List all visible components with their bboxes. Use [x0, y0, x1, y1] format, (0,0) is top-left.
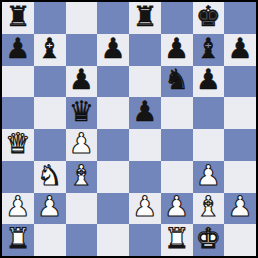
piece-white-bishop[interactable]: ♝	[69, 162, 94, 190]
square-a8[interactable]: ♜	[2, 2, 34, 34]
piece-black-bishop[interactable]: ♝	[37, 35, 62, 63]
square-g7[interactable]: ♝	[193, 34, 225, 66]
square-h8[interactable]	[224, 2, 256, 34]
square-g3[interactable]: ♟	[193, 161, 225, 193]
square-d7[interactable]: ♟	[97, 34, 129, 66]
square-h5[interactable]	[224, 97, 256, 129]
piece-white-king[interactable]: ♚	[196, 225, 221, 253]
piece-white-pawn[interactable]: ♟	[228, 193, 253, 221]
piece-black-pawn[interactable]: ♟	[101, 35, 126, 63]
square-e7[interactable]	[129, 34, 161, 66]
piece-white-pawn[interactable]: ♟	[132, 193, 157, 221]
piece-white-rook[interactable]: ♜	[164, 225, 189, 253]
square-f1[interactable]: ♜	[161, 224, 193, 256]
piece-black-pawn[interactable]: ♟	[132, 98, 157, 126]
piece-white-pawn[interactable]: ♟	[37, 193, 62, 221]
square-c3[interactable]: ♝	[66, 161, 98, 193]
piece-white-bishop[interactable]: ♝	[196, 193, 221, 221]
piece-black-king[interactable]: ♚	[196, 3, 221, 31]
square-e8[interactable]: ♜	[129, 2, 161, 34]
square-e3[interactable]	[129, 161, 161, 193]
piece-white-knight[interactable]: ♞	[37, 162, 62, 190]
piece-white-pawn[interactable]: ♟	[196, 162, 221, 190]
square-a3[interactable]	[2, 161, 34, 193]
piece-black-pawn[interactable]: ♟	[5, 35, 30, 63]
square-c1[interactable]	[66, 224, 98, 256]
square-b3[interactable]: ♞	[34, 161, 66, 193]
square-f7[interactable]: ♟	[161, 34, 193, 66]
piece-white-rook[interactable]: ♜	[5, 225, 30, 253]
piece-black-pawn[interactable]: ♟	[164, 35, 189, 63]
square-c8[interactable]	[66, 2, 98, 34]
square-d8[interactable]	[97, 2, 129, 34]
square-f2[interactable]: ♟	[161, 193, 193, 225]
square-f4[interactable]	[161, 129, 193, 161]
square-e4[interactable]	[129, 129, 161, 161]
square-b2[interactable]: ♟	[34, 193, 66, 225]
square-g1[interactable]: ♚	[193, 224, 225, 256]
square-g2[interactable]: ♝	[193, 193, 225, 225]
square-a1[interactable]: ♜	[2, 224, 34, 256]
square-e1[interactable]	[129, 224, 161, 256]
square-a5[interactable]	[2, 97, 34, 129]
square-h7[interactable]: ♟	[224, 34, 256, 66]
piece-black-queen[interactable]: ♛	[69, 98, 94, 126]
square-g5[interactable]	[193, 97, 225, 129]
piece-white-pawn[interactable]: ♟	[69, 130, 94, 158]
piece-black-rook[interactable]: ♜	[5, 3, 30, 31]
chess-board: ♜♜♚♟♝♟♟♝♟♟♞♟♛♟♛♟♞♝♟♟♟♟♟♝♟♜♜♚	[0, 0, 258, 258]
square-c6[interactable]: ♟	[66, 66, 98, 98]
square-f3[interactable]	[161, 161, 193, 193]
piece-white-queen[interactable]: ♛	[5, 130, 30, 158]
piece-black-rook[interactable]: ♜	[132, 3, 157, 31]
square-b4[interactable]	[34, 129, 66, 161]
piece-white-pawn[interactable]: ♟	[164, 193, 189, 221]
square-d4[interactable]	[97, 129, 129, 161]
piece-black-pawn[interactable]: ♟	[228, 35, 253, 63]
square-e2[interactable]: ♟	[129, 193, 161, 225]
square-h4[interactable]	[224, 129, 256, 161]
square-h6[interactable]	[224, 66, 256, 98]
square-a6[interactable]	[2, 66, 34, 98]
square-f8[interactable]	[161, 2, 193, 34]
piece-black-bishop[interactable]: ♝	[196, 35, 221, 63]
square-h2[interactable]: ♟	[224, 193, 256, 225]
square-b8[interactable]	[34, 2, 66, 34]
square-g6[interactable]: ♟	[193, 66, 225, 98]
square-g8[interactable]: ♚	[193, 2, 225, 34]
square-a4[interactable]: ♛	[2, 129, 34, 161]
square-d6[interactable]	[97, 66, 129, 98]
piece-black-pawn[interactable]: ♟	[69, 66, 94, 94]
square-b6[interactable]	[34, 66, 66, 98]
piece-black-knight[interactable]: ♞	[164, 66, 189, 94]
square-b7[interactable]: ♝	[34, 34, 66, 66]
square-c5[interactable]: ♛	[66, 97, 98, 129]
square-a7[interactable]: ♟	[2, 34, 34, 66]
square-f6[interactable]: ♞	[161, 66, 193, 98]
square-g4[interactable]	[193, 129, 225, 161]
square-d2[interactable]	[97, 193, 129, 225]
square-f5[interactable]	[161, 97, 193, 129]
square-a2[interactable]: ♟	[2, 193, 34, 225]
square-h3[interactable]	[224, 161, 256, 193]
square-e5[interactable]: ♟	[129, 97, 161, 129]
square-d3[interactable]	[97, 161, 129, 193]
square-e6[interactable]	[129, 66, 161, 98]
piece-white-pawn[interactable]: ♟	[5, 193, 30, 221]
square-b1[interactable]	[34, 224, 66, 256]
square-c2[interactable]	[66, 193, 98, 225]
square-d5[interactable]	[97, 97, 129, 129]
square-c7[interactable]	[66, 34, 98, 66]
square-d1[interactable]	[97, 224, 129, 256]
square-c4[interactable]: ♟	[66, 129, 98, 161]
piece-black-pawn[interactable]: ♟	[196, 66, 221, 94]
square-b5[interactable]	[34, 97, 66, 129]
square-h1[interactable]	[224, 224, 256, 256]
